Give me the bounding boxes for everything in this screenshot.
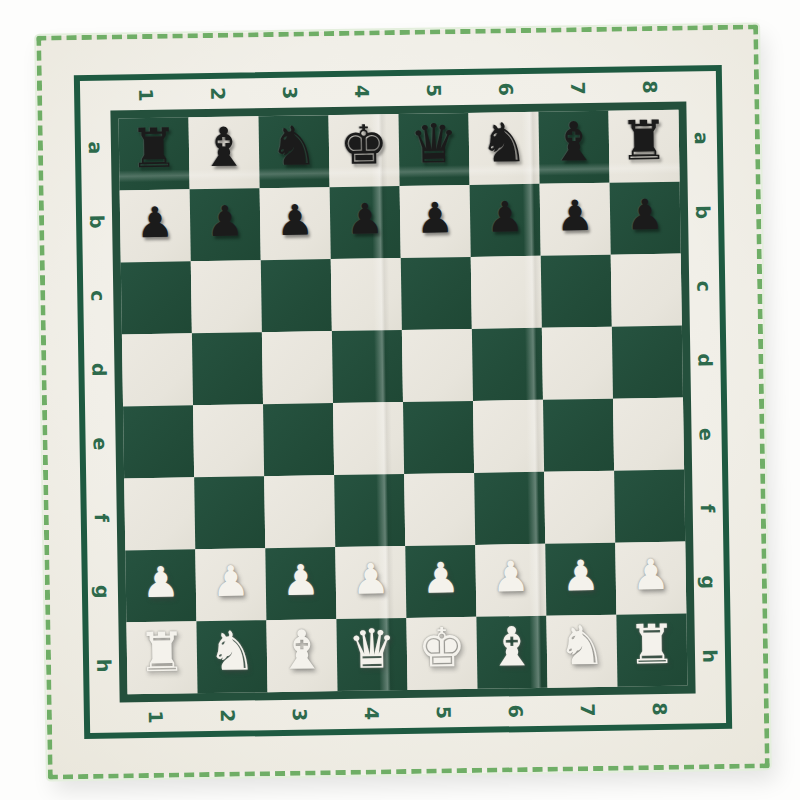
chess-mat: 12345678 abcdefgh ♜♝♞♚♛♞♝♜♟♟♟♟♟♟♟♟♟♟♟♟♟♟… bbox=[36, 24, 770, 779]
square-e4[interactable] bbox=[333, 402, 404, 475]
white-pawn[interactable]: ♟ bbox=[632, 554, 670, 597]
square-b5[interactable]: ♟ bbox=[400, 185, 471, 258]
square-f6[interactable] bbox=[474, 472, 545, 545]
black-pawn[interactable]: ♟ bbox=[136, 202, 174, 245]
rank-label-g: g bbox=[672, 567, 746, 598]
square-h2[interactable]: ♞ bbox=[196, 620, 267, 693]
white-knight[interactable]: ♞ bbox=[557, 619, 606, 674]
square-g7[interactable]: ♟ bbox=[545, 543, 616, 616]
square-d2[interactable] bbox=[192, 332, 263, 405]
corner-top-right bbox=[686, 71, 716, 101]
square-b2[interactable]: ♟ bbox=[190, 188, 261, 261]
square-g4[interactable]: ♟ bbox=[335, 546, 406, 619]
black-king[interactable]: ♚ bbox=[339, 118, 388, 173]
square-a7[interactable]: ♝ bbox=[538, 111, 609, 184]
black-pawn[interactable]: ♟ bbox=[276, 199, 314, 242]
black-rook[interactable]: ♜ bbox=[129, 122, 178, 177]
square-f4[interactable] bbox=[334, 474, 405, 547]
square-f7[interactable] bbox=[544, 471, 615, 544]
square-e5[interactable] bbox=[403, 401, 474, 474]
square-c6[interactable] bbox=[471, 256, 542, 329]
white-rook[interactable]: ♜ bbox=[627, 618, 676, 673]
rank-label-d: d bbox=[668, 345, 742, 376]
square-f1[interactable] bbox=[124, 477, 195, 550]
square-c2[interactable] bbox=[191, 260, 262, 333]
white-pawn[interactable]: ♟ bbox=[562, 555, 600, 598]
square-g5[interactable]: ♟ bbox=[405, 545, 476, 618]
file-label-1: 1 bbox=[140, 681, 171, 753]
square-a1[interactable]: ♜ bbox=[119, 117, 190, 190]
white-pawn[interactable]: ♟ bbox=[212, 560, 250, 603]
square-e6[interactable] bbox=[473, 400, 544, 473]
rank-label-a: a bbox=[665, 123, 739, 154]
square-a2[interactable]: ♝ bbox=[189, 116, 260, 189]
square-f5[interactable] bbox=[404, 473, 475, 546]
square-b6[interactable]: ♟ bbox=[470, 184, 541, 257]
black-bishop[interactable]: ♝ bbox=[199, 120, 248, 175]
square-b4[interactable]: ♟ bbox=[330, 186, 401, 259]
white-bishop[interactable]: ♝ bbox=[487, 620, 536, 675]
white-pawn[interactable]: ♟ bbox=[282, 559, 320, 602]
rank-label-f: f bbox=[670, 493, 744, 524]
square-h1[interactable]: ♜ bbox=[126, 621, 197, 694]
black-pawn[interactable]: ♟ bbox=[626, 194, 664, 237]
outer-frame-line: 12345678 abcdefgh ♜♝♞♚♛♞♝♜♟♟♟♟♟♟♟♟♟♟♟♟♟♟… bbox=[74, 65, 732, 739]
corner-top-left bbox=[80, 81, 110, 111]
black-pawn[interactable]: ♟ bbox=[556, 195, 594, 238]
square-g2[interactable]: ♟ bbox=[195, 548, 266, 621]
white-rook[interactable]: ♜ bbox=[137, 625, 186, 680]
square-e3[interactable] bbox=[263, 403, 334, 476]
white-queen[interactable]: ♛ bbox=[347, 622, 396, 677]
board-grid[interactable]: ♜♝♞♚♛♞♝♜♟♟♟♟♟♟♟♟♟♟♟♟♟♟♟♟♜♞♝♛♚♝♞♜ bbox=[110, 102, 695, 703]
square-a3[interactable]: ♞ bbox=[258, 115, 329, 188]
square-d1[interactable] bbox=[122, 333, 193, 406]
square-c5[interactable] bbox=[401, 257, 472, 330]
white-knight[interactable]: ♞ bbox=[207, 624, 256, 679]
square-d5[interactable] bbox=[402, 329, 473, 402]
white-pawn[interactable]: ♟ bbox=[352, 558, 390, 601]
file-label-2: 2 bbox=[212, 680, 243, 752]
rank-label-e: e bbox=[669, 419, 743, 450]
square-d7[interactable] bbox=[542, 327, 613, 400]
black-knight[interactable]: ♞ bbox=[479, 116, 528, 171]
square-a4[interactable]: ♚ bbox=[328, 114, 399, 187]
white-king[interactable]: ♚ bbox=[417, 621, 466, 676]
black-pawn[interactable]: ♟ bbox=[346, 198, 384, 241]
square-a5[interactable]: ♛ bbox=[398, 113, 469, 186]
file-label-7: 7 bbox=[572, 674, 603, 746]
square-g1[interactable]: ♟ bbox=[125, 549, 196, 622]
square-b3[interactable]: ♟ bbox=[260, 187, 331, 260]
square-b1[interactable]: ♟ bbox=[120, 189, 191, 262]
square-c4[interactable] bbox=[331, 258, 402, 331]
white-pawn[interactable]: ♟ bbox=[422, 557, 460, 600]
white-bishop[interactable]: ♝ bbox=[277, 623, 326, 678]
square-h7[interactable]: ♞ bbox=[546, 615, 617, 688]
corner-bottom-right bbox=[696, 693, 726, 723]
square-g3[interactable]: ♟ bbox=[265, 547, 336, 620]
file-label-6: 6 bbox=[500, 675, 531, 747]
square-d3[interactable] bbox=[262, 331, 333, 404]
square-e7[interactable] bbox=[543, 399, 614, 472]
board-layout: 12345678 abcdefgh ♜♝♞♚♛♞♝♜♟♟♟♟♟♟♟♟♟♟♟♟♟♟… bbox=[80, 71, 726, 733]
black-pawn[interactable]: ♟ bbox=[416, 197, 454, 240]
square-c7[interactable] bbox=[541, 255, 612, 328]
black-rook[interactable]: ♜ bbox=[619, 114, 668, 169]
square-e1[interactable] bbox=[123, 405, 194, 478]
square-f2[interactable] bbox=[194, 476, 265, 549]
corner-bottom-left bbox=[90, 702, 120, 732]
black-pawn[interactable]: ♟ bbox=[206, 200, 244, 243]
square-e2[interactable] bbox=[193, 404, 264, 477]
file-label-3: 3 bbox=[284, 678, 315, 750]
square-h4[interactable]: ♛ bbox=[336, 618, 407, 691]
black-pawn[interactable]: ♟ bbox=[486, 196, 524, 239]
square-b7[interactable]: ♟ bbox=[540, 183, 611, 256]
black-knight[interactable]: ♞ bbox=[269, 119, 318, 174]
square-c1[interactable] bbox=[121, 261, 192, 334]
white-pawn[interactable]: ♟ bbox=[492, 556, 530, 599]
square-h6[interactable]: ♝ bbox=[476, 616, 547, 689]
rank-label-b: b bbox=[666, 197, 740, 228]
file-label-8: 8 bbox=[644, 673, 675, 745]
square-h5[interactable]: ♚ bbox=[406, 617, 477, 690]
square-d6[interactable] bbox=[472, 328, 543, 401]
square-f3[interactable] bbox=[264, 475, 335, 548]
square-c3[interactable] bbox=[261, 259, 332, 332]
rank-label-h: h bbox=[673, 641, 747, 672]
square-g6[interactable]: ♟ bbox=[475, 544, 546, 617]
file-label-4: 4 bbox=[356, 677, 387, 749]
black-bishop[interactable]: ♝ bbox=[549, 115, 598, 170]
black-queen[interactable]: ♛ bbox=[409, 117, 458, 172]
square-a6[interactable]: ♞ bbox=[468, 112, 539, 185]
white-pawn[interactable]: ♟ bbox=[142, 562, 180, 605]
square-h3[interactable]: ♝ bbox=[266, 619, 337, 692]
rank-label-c: c bbox=[667, 271, 741, 302]
file-label-5: 5 bbox=[428, 676, 459, 748]
square-d4[interactable] bbox=[332, 330, 403, 403]
